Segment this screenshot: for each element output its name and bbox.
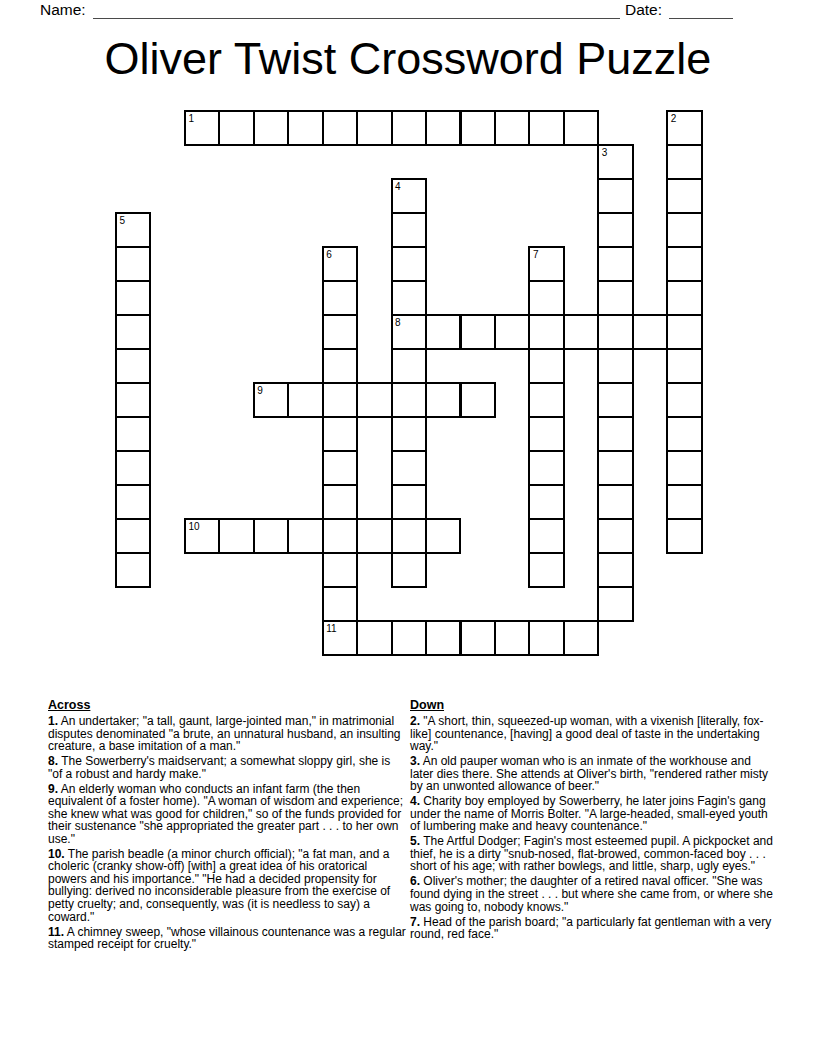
clue-number: 4 — [393, 180, 425, 192]
grid-cell[interactable] — [391, 246, 427, 282]
down-clue: 2. "A short, thin, squeezed-up woman, wi… — [410, 715, 776, 753]
grid-cell[interactable] — [425, 314, 461, 350]
grid-cell[interactable] — [563, 314, 599, 350]
grid-cell[interactable] — [356, 382, 392, 418]
grid-cell[interactable] — [563, 110, 599, 146]
grid-cell[interactable] — [494, 314, 530, 350]
grid-cell[interactable]: 1 — [184, 110, 220, 146]
clue-number: 1 — [186, 112, 218, 124]
grid-cell[interactable] — [391, 450, 427, 486]
worksheet-page: Name: Date: Oliver Twist Crossword Puzzl… — [0, 0, 816, 1056]
grid-cell[interactable] — [391, 280, 427, 316]
grid-cell[interactable] — [528, 314, 564, 350]
grid-cell[interactable]: 8 — [391, 314, 427, 350]
grid-cell[interactable]: 2 — [666, 110, 702, 146]
grid-cell[interactable] — [597, 314, 633, 350]
grid-cell[interactable] — [460, 314, 496, 350]
clue-number: 5 — [117, 214, 149, 226]
grid-cell[interactable] — [322, 314, 358, 350]
date-blank-line — [669, 18, 733, 19]
grid-cell[interactable] — [287, 110, 323, 146]
grid-cell[interactable] — [597, 552, 633, 588]
grid-cell[interactable] — [253, 518, 289, 554]
grid-cell[interactable] — [322, 416, 358, 452]
grid-cell[interactable] — [528, 110, 564, 146]
grid-cell[interactable] — [425, 382, 461, 418]
down-clue: 7. Head of the parish board; "a particul… — [410, 916, 776, 941]
grid-cell[interactable] — [597, 212, 633, 248]
grid-cell[interactable] — [494, 620, 530, 656]
across-clue: 8. The Sowerberry's maidservant; a somew… — [48, 755, 406, 780]
clue-number: 7 — [530, 248, 562, 260]
grid-cell[interactable] — [287, 518, 323, 554]
grid-cell[interactable] — [528, 348, 564, 384]
clue-number: 10 — [186, 520, 218, 532]
grid-cell[interactable] — [528, 416, 564, 452]
grid-cell[interactable] — [391, 552, 427, 588]
grid-cell[interactable]: 4 — [391, 178, 427, 214]
grid-cell[interactable] — [115, 314, 151, 350]
grid-cell[interactable] — [528, 280, 564, 316]
grid-cell[interactable]: 5 — [115, 212, 151, 248]
grid-cell[interactable] — [597, 280, 633, 316]
across-clue-list: 1. An undertaker; "a tall, gaunt, large-… — [48, 715, 406, 951]
down-clue: 6. Oliver's mother; the daughter of a re… — [410, 875, 776, 913]
grid-cell[interactable] — [666, 212, 702, 248]
grid-cell[interactable] — [460, 620, 496, 656]
clue-number: 3 — [599, 146, 631, 158]
grid-cell[interactable] — [115, 246, 151, 282]
clue-number: 11 — [324, 622, 356, 634]
grid-cell[interactable] — [322, 518, 358, 554]
clue-number: 2 — [668, 112, 700, 124]
date-label: Date: — [625, 1, 662, 19]
grid-cell[interactable] — [356, 518, 392, 554]
grid-cell[interactable]: 9 — [253, 382, 289, 418]
down-heading: Down — [410, 699, 776, 712]
clue-number: 9 — [255, 384, 287, 396]
down-clue-list: 2. "A short, thin, squeezed-up woman, wi… — [410, 715, 776, 941]
grid-cell[interactable] — [322, 484, 358, 520]
grid-cell[interactable] — [666, 518, 702, 554]
grid-cell[interactable] — [322, 552, 358, 588]
grid-cell[interactable] — [666, 416, 702, 452]
across-clue: 11. A chimney sweep, "whose villainous c… — [48, 926, 406, 951]
grid-cell[interactable] — [425, 110, 461, 146]
grid-cell[interactable] — [460, 382, 496, 418]
grid-cell[interactable] — [632, 314, 668, 350]
down-clue: 5. The Artful Dodger; Fagin's most estee… — [410, 835, 776, 873]
grid-cell[interactable] — [391, 416, 427, 452]
grid-cell[interactable] — [391, 110, 427, 146]
grid-cell[interactable] — [425, 620, 461, 656]
grid-cell[interactable] — [391, 212, 427, 248]
grid-cell[interactable] — [391, 348, 427, 384]
grid-cell[interactable] — [597, 178, 633, 214]
clue-number: 8 — [393, 316, 425, 328]
grid-cell[interactable] — [115, 348, 151, 384]
grid-cell[interactable] — [391, 382, 427, 418]
grid-cell[interactable] — [666, 348, 702, 384]
grid-cell[interactable]: 11 — [322, 620, 358, 656]
grid-cell[interactable] — [666, 280, 702, 316]
grid-cell[interactable] — [287, 382, 323, 418]
grid-cell[interactable] — [597, 586, 633, 622]
grid-cell[interactable] — [666, 246, 702, 282]
across-clue: 9. An elderly woman who conducts an infa… — [48, 783, 406, 846]
grid-cell[interactable] — [528, 620, 564, 656]
grid-cell[interactable] — [597, 382, 633, 418]
grid-cell[interactable]: 3 — [597, 144, 633, 180]
clue-number: 6 — [324, 248, 356, 260]
grid-cell[interactable] — [528, 450, 564, 486]
grid-cell[interactable] — [528, 552, 564, 588]
grid-cell[interactable] — [218, 110, 254, 146]
grid-cell[interactable] — [253, 110, 289, 146]
grid-cell[interactable] — [597, 450, 633, 486]
grid-cell[interactable] — [425, 518, 461, 554]
grid-cell[interactable]: 6 — [322, 246, 358, 282]
grid-cell[interactable] — [115, 382, 151, 418]
crossword-grid: 1234567891011 — [115, 110, 703, 658]
grid-cell[interactable] — [115, 280, 151, 316]
grid-cell[interactable] — [666, 382, 702, 418]
grid-cell[interactable] — [597, 484, 633, 520]
grid-cell[interactable] — [115, 416, 151, 452]
grid-cell[interactable] — [597, 518, 633, 554]
grid-cell[interactable] — [115, 450, 151, 486]
grid-cell[interactable] — [597, 348, 633, 384]
across-heading: Across — [48, 699, 406, 712]
grid-cell[interactable] — [322, 586, 358, 622]
grid-cell[interactable] — [597, 416, 633, 452]
grid-cell[interactable] — [115, 484, 151, 520]
page-title: Oliver Twist Crossword Puzzle — [0, 33, 816, 85]
grid-cell[interactable]: 10 — [184, 518, 220, 554]
grid-cell[interactable] — [666, 450, 702, 486]
name-label: Name: — [40, 1, 86, 19]
name-blank-line — [93, 18, 620, 19]
grid-cell[interactable] — [391, 484, 427, 520]
grid-cell[interactable] — [115, 518, 151, 554]
grid-cell[interactable] — [356, 110, 392, 146]
grid-cell[interactable] — [563, 620, 599, 656]
grid-cell[interactable] — [528, 484, 564, 520]
grid-cell[interactable] — [666, 314, 702, 350]
grid-cell[interactable] — [666, 484, 702, 520]
grid-cell[interactable] — [322, 110, 358, 146]
grid-cell[interactable] — [322, 450, 358, 486]
grid-cell[interactable] — [115, 552, 151, 588]
grid-cell[interactable] — [322, 382, 358, 418]
across-clue: 1. An undertaker; "a tall, gaunt, large-… — [48, 715, 406, 753]
grid-cell[interactable] — [218, 518, 254, 554]
down-clues-section: Down 2. "A short, thin, squeezed-up woma… — [410, 699, 776, 943]
across-clue: 10. The parish beadle (a minor church of… — [48, 848, 406, 923]
grid-cell[interactable] — [528, 518, 564, 554]
down-clue: 3. An old pauper woman who is an inmate … — [410, 755, 776, 793]
grid-cell[interactable] — [391, 620, 427, 656]
grid-cell[interactable] — [666, 178, 702, 214]
down-clue: 4. Charity boy employed by Sowerberry, h… — [410, 795, 776, 833]
grid-cell[interactable] — [494, 110, 530, 146]
grid-cell[interactable] — [597, 246, 633, 282]
grid-cell[interactable] — [460, 110, 496, 146]
grid-cell[interactable] — [666, 144, 702, 180]
across-clues-section: Across 1. An undertaker; "a tall, gaunt,… — [48, 699, 406, 953]
grid-cell[interactable] — [356, 620, 392, 656]
grid-cell[interactable]: 7 — [528, 246, 564, 282]
grid-cell[interactable] — [322, 280, 358, 316]
grid-cell[interactable] — [391, 518, 427, 554]
grid-cell[interactable] — [322, 348, 358, 384]
grid-cell[interactable] — [528, 382, 564, 418]
